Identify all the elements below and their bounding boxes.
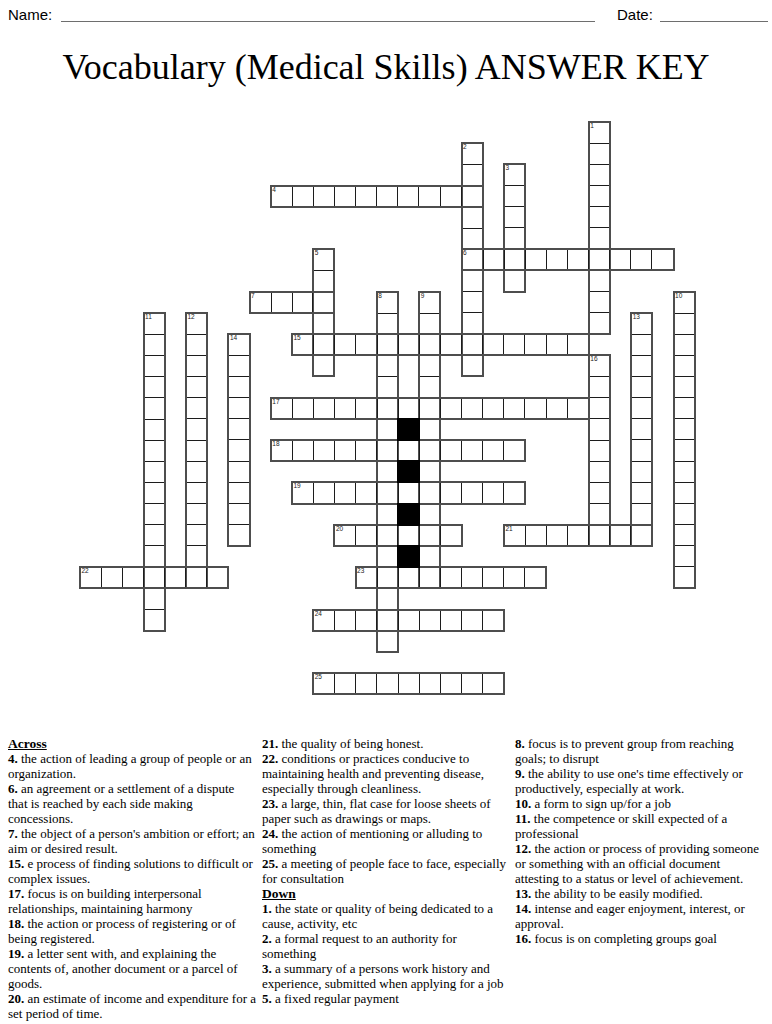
grid-cell[interactable] bbox=[145, 589, 164, 610]
grid-cell[interactable] bbox=[675, 567, 694, 587]
down-header: Down bbox=[262, 886, 509, 901]
word-21-across bbox=[503, 524, 653, 547]
grid-cell[interactable] bbox=[186, 568, 207, 587]
grid-cell[interactable] bbox=[187, 356, 206, 377]
grid-cell[interactable] bbox=[547, 399, 568, 418]
clue-item-6: 6. an agreement or a settlement of a dis… bbox=[8, 781, 256, 826]
grid-cell[interactable] bbox=[145, 546, 164, 567]
clue-number-label: 15 bbox=[294, 335, 301, 342]
grid-cell[interactable] bbox=[420, 377, 439, 398]
grid-cell[interactable] bbox=[419, 187, 440, 206]
grid-cell[interactable] bbox=[590, 462, 609, 483]
grid-cell[interactable] bbox=[145, 504, 164, 525]
grid-cell[interactable] bbox=[272, 293, 293, 312]
clue-item-25: 25. a meeting of people face to face, es… bbox=[262, 856, 509, 886]
grid-cell[interactable] bbox=[632, 419, 651, 440]
grid-cell[interactable] bbox=[675, 440, 694, 461]
grid-cell[interactable] bbox=[441, 611, 462, 630]
grid-cell[interactable] bbox=[399, 611, 420, 630]
grid-cell[interactable] bbox=[632, 504, 651, 525]
grid-cell[interactable] bbox=[229, 504, 248, 525]
grid-cell[interactable] bbox=[484, 250, 505, 269]
grid-cell[interactable] bbox=[378, 314, 397, 335]
grid-cell[interactable] bbox=[378, 504, 397, 525]
grid-cell[interactable] bbox=[441, 674, 462, 693]
clue-item-18: 18. the action or process of registering… bbox=[8, 916, 256, 946]
grid-cell[interactable] bbox=[675, 377, 694, 398]
grid-cell[interactable] bbox=[505, 250, 526, 269]
grid-cell[interactable] bbox=[463, 208, 482, 229]
grid-cell[interactable] bbox=[483, 568, 504, 587]
grid-cell[interactable] bbox=[441, 441, 462, 460]
grid-cell[interactable] bbox=[187, 335, 206, 356]
grid-cell[interactable] bbox=[675, 525, 694, 546]
black-cell bbox=[397, 418, 420, 441]
grid-cell[interactable] bbox=[632, 356, 651, 377]
grid-cell[interactable] bbox=[398, 441, 419, 460]
word-1-down bbox=[588, 121, 611, 335]
clue-item-12: 12. the action or process of providing s… bbox=[515, 841, 762, 886]
grid-cell[interactable] bbox=[632, 462, 651, 483]
grid-cell[interactable] bbox=[335, 674, 356, 693]
grid-cell[interactable] bbox=[441, 568, 462, 587]
clue-number-label: 22 bbox=[82, 568, 89, 575]
grid-cell[interactable] bbox=[378, 462, 397, 483]
grid-cell[interactable] bbox=[378, 546, 397, 567]
grid-cell[interactable] bbox=[377, 611, 398, 630]
clue-number-label: 4 bbox=[272, 187, 276, 194]
grid-cell[interactable] bbox=[675, 314, 694, 335]
grid-cell[interactable] bbox=[378, 377, 397, 398]
word-25-across bbox=[312, 672, 505, 695]
grid-cell[interactable] bbox=[568, 250, 589, 269]
grid-cell[interactable] bbox=[187, 525, 206, 546]
clue-number-label: 5 bbox=[315, 250, 319, 257]
clue-item-24: 24. the action of mentioning or alluding… bbox=[262, 826, 509, 856]
grid-cell[interactable] bbox=[399, 483, 420, 502]
grid-cell[interactable] bbox=[590, 228, 609, 249]
grid-cell[interactable] bbox=[378, 335, 399, 354]
grid-cell[interactable] bbox=[187, 377, 206, 398]
grid-cell[interactable] bbox=[462, 335, 483, 354]
grid-cell[interactable] bbox=[399, 674, 420, 693]
grid-cell[interactable] bbox=[590, 313, 609, 333]
word-24-across bbox=[312, 609, 505, 632]
grid-cell[interactable] bbox=[399, 568, 420, 587]
grid-cell[interactable] bbox=[165, 568, 186, 587]
grid-cell[interactable] bbox=[377, 483, 398, 502]
clue-number-label: 1 bbox=[590, 123, 594, 130]
grid-cell[interactable] bbox=[399, 335, 420, 354]
grid-cell[interactable] bbox=[483, 335, 504, 354]
clue-item-21: 21. the quality of being honest. bbox=[262, 736, 509, 751]
date-label: Date: bbox=[617, 6, 653, 23]
grid-cell[interactable] bbox=[441, 483, 462, 502]
clue-item-8: 8. focus is to prevent group from reachi… bbox=[515, 736, 762, 766]
grid-cell[interactable] bbox=[356, 187, 377, 206]
grid-cell[interactable] bbox=[610, 250, 631, 269]
grid-cell[interactable] bbox=[590, 271, 609, 292]
word-18-across bbox=[270, 439, 526, 462]
grid-cell[interactable] bbox=[335, 187, 356, 206]
grid-cell[interactable] bbox=[123, 568, 144, 587]
grid-cell[interactable] bbox=[483, 483, 504, 502]
grid-cell[interactable] bbox=[229, 525, 248, 545]
grid-cell[interactable] bbox=[675, 335, 694, 356]
clue-item-11: 11. the competence or skill expected of … bbox=[515, 811, 762, 841]
grid-cell[interactable] bbox=[378, 631, 397, 651]
clue-number-label: 19 bbox=[294, 483, 301, 490]
grid-cell[interactable] bbox=[462, 674, 483, 693]
grid-cell[interactable] bbox=[590, 292, 609, 313]
clue-item-15: 15. e process of finding solutions to di… bbox=[8, 856, 256, 886]
grid-cell[interactable] bbox=[525, 399, 546, 418]
grid-cell[interactable] bbox=[145, 356, 164, 377]
grid-cell[interactable] bbox=[145, 462, 164, 483]
grid-cell[interactable] bbox=[356, 399, 377, 418]
clue-number-label: 23 bbox=[357, 568, 364, 575]
grid-cell[interactable] bbox=[229, 356, 248, 377]
grid-cell[interactable] bbox=[420, 314, 439, 335]
clue-item-17: 17. focus is on building interpersonal r… bbox=[8, 886, 256, 916]
clue-number-label: 20 bbox=[336, 526, 343, 533]
clue-column-1: Across4. the action of leading a group o… bbox=[8, 736, 256, 1021]
grid-cell[interactable] bbox=[675, 398, 694, 419]
word-22-across bbox=[79, 566, 229, 589]
grid-cell[interactable] bbox=[229, 377, 248, 398]
grid-cell[interactable] bbox=[378, 356, 397, 377]
page-title: Vocabulary (Medical Skills) ANSWER KEY bbox=[0, 46, 772, 88]
grid-cell[interactable] bbox=[505, 186, 524, 207]
grid-cell[interactable] bbox=[377, 674, 398, 693]
grid-cell[interactable] bbox=[590, 377, 609, 398]
across-header: Across bbox=[8, 736, 256, 751]
grid-cell[interactable] bbox=[462, 187, 482, 206]
clue-item-23: 23. a large, thin, flat case for loose s… bbox=[262, 796, 509, 826]
name-label: Name: bbox=[8, 6, 52, 23]
grid-cell[interactable] bbox=[145, 441, 164, 462]
grid-cell[interactable] bbox=[377, 187, 398, 206]
grid-cell[interactable] bbox=[187, 546, 206, 567]
grid-cell[interactable] bbox=[441, 335, 462, 354]
grid-cell[interactable] bbox=[378, 568, 399, 587]
grid-cell[interactable] bbox=[590, 398, 609, 419]
word-12-down bbox=[185, 312, 208, 590]
word-6-across bbox=[461, 248, 675, 271]
grid-cell[interactable] bbox=[547, 526, 568, 545]
grid-cell[interactable] bbox=[420, 419, 439, 440]
clue-item-16: 16. focus is on completing groups goal bbox=[515, 931, 762, 946]
grid-cell[interactable] bbox=[652, 250, 672, 269]
word-16-down bbox=[588, 354, 611, 547]
grid-cell[interactable] bbox=[505, 228, 524, 249]
grid-cell[interactable] bbox=[314, 335, 335, 354]
grid-cell[interactable] bbox=[207, 568, 227, 587]
grid-cell[interactable] bbox=[335, 399, 356, 418]
grid-cell[interactable] bbox=[144, 568, 165, 587]
grid-cell[interactable] bbox=[378, 419, 397, 440]
clue-number-label: 17 bbox=[272, 399, 279, 406]
clue-column-2: 21. the quality of being honest.22. cond… bbox=[262, 736, 509, 1021]
grid-cell[interactable] bbox=[378, 399, 399, 418]
grid-cell[interactable] bbox=[293, 187, 314, 206]
grid-cell[interactable] bbox=[504, 483, 524, 502]
clue-number-label: 12 bbox=[188, 314, 195, 321]
grid-cell[interactable] bbox=[525, 335, 546, 354]
grid-cell[interactable] bbox=[504, 399, 525, 418]
grid-cell[interactable] bbox=[187, 441, 206, 462]
clue-list: Across4. the action of leading a group o… bbox=[8, 736, 766, 1021]
grid-cell[interactable] bbox=[293, 441, 314, 460]
grid-cell[interactable] bbox=[145, 335, 164, 356]
grid-cell[interactable] bbox=[398, 526, 419, 545]
grid-cell[interactable] bbox=[589, 250, 610, 269]
clue-item-13: 13. the ability to be easily modified. bbox=[515, 886, 762, 901]
clue-number-label: 10 bbox=[675, 293, 682, 300]
grid-cell[interactable] bbox=[145, 483, 164, 504]
grid-cell[interactable] bbox=[462, 483, 483, 502]
word-23-across bbox=[355, 566, 548, 589]
grid-cell[interactable] bbox=[505, 207, 524, 228]
word-14-down bbox=[227, 333, 250, 547]
date-blank-line bbox=[660, 6, 768, 22]
clue-item-20: 20. an estimate of income and expenditur… bbox=[8, 991, 256, 1021]
clue-item-2: 2. a formal request to an authority for … bbox=[262, 931, 509, 961]
worksheet-page: Name: Date: Vocabulary (Medical Skills) … bbox=[0, 0, 772, 1024]
grid-cell[interactable] bbox=[590, 504, 609, 525]
grid-cell[interactable] bbox=[420, 674, 441, 693]
grid-cell[interactable] bbox=[675, 546, 694, 567]
grid-cell[interactable] bbox=[590, 441, 609, 462]
grid-cell[interactable] bbox=[420, 441, 441, 460]
clue-number-label: 16 bbox=[590, 356, 597, 363]
word-4-across bbox=[270, 185, 484, 208]
grid-cell[interactable] bbox=[590, 483, 609, 504]
clue-item-1: 1. the state or quality of being dedicat… bbox=[262, 901, 509, 931]
grid-cell[interactable] bbox=[335, 611, 356, 630]
grid-cell[interactable] bbox=[187, 483, 206, 504]
grid-cell[interactable] bbox=[675, 356, 694, 377]
clue-number-label: 6 bbox=[463, 250, 467, 257]
clue-number-label: 3 bbox=[506, 165, 510, 172]
grid-cell[interactable] bbox=[675, 462, 694, 483]
grid-cell[interactable] bbox=[356, 441, 377, 460]
grid-cell[interactable] bbox=[313, 293, 333, 312]
grid-cell[interactable] bbox=[229, 419, 248, 440]
grid-cell[interactable] bbox=[462, 399, 483, 418]
grid-cell[interactable] bbox=[377, 526, 398, 545]
clue-number-label: 13 bbox=[633, 314, 640, 321]
grid-cell[interactable] bbox=[547, 335, 568, 354]
grid-cell[interactable] bbox=[187, 398, 206, 419]
word-13-down bbox=[630, 312, 653, 547]
grid-cell[interactable] bbox=[547, 250, 568, 269]
grid-cell[interactable] bbox=[420, 526, 441, 545]
grid-cell[interactable] bbox=[229, 483, 248, 504]
grid-cell[interactable] bbox=[420, 611, 441, 630]
grid-cell[interactable] bbox=[356, 483, 377, 502]
grid-cell[interactable] bbox=[314, 399, 335, 418]
black-cell bbox=[397, 545, 420, 568]
clue-column-3: 8. focus is to prevent group from reachi… bbox=[515, 736, 762, 1021]
grid-cell[interactable] bbox=[632, 483, 651, 504]
grid-cell[interactable] bbox=[504, 335, 525, 354]
grid-cell[interactable] bbox=[610, 526, 631, 545]
clue-number-label: 11 bbox=[145, 314, 152, 321]
clue-number-label: 18 bbox=[272, 441, 279, 448]
grid-cell[interactable] bbox=[568, 335, 588, 354]
grid-cell[interactable] bbox=[420, 546, 439, 567]
grid-cell[interactable] bbox=[441, 187, 462, 206]
grid-cell[interactable] bbox=[420, 399, 441, 418]
clue-item-4: 4. the action of leading a group of peop… bbox=[8, 751, 256, 781]
grid-cell[interactable] bbox=[314, 271, 333, 292]
grid-cell[interactable] bbox=[145, 398, 164, 419]
grid-cell[interactable] bbox=[631, 250, 652, 269]
grid-cell[interactable] bbox=[145, 525, 164, 546]
grid-cell[interactable] bbox=[187, 504, 206, 525]
clue-number-label: 14 bbox=[230, 335, 237, 342]
grid-cell[interactable] bbox=[420, 483, 441, 502]
grid-cell[interactable] bbox=[335, 441, 356, 460]
grid-cell[interactable] bbox=[568, 526, 589, 545]
clue-number-label: 8 bbox=[378, 293, 382, 300]
grid-cell[interactable] bbox=[356, 335, 377, 354]
grid-cell[interactable] bbox=[483, 674, 503, 693]
grid-cell[interactable] bbox=[483, 441, 504, 460]
grid-cell[interactable] bbox=[463, 313, 482, 334]
grid-cell[interactable] bbox=[145, 420, 164, 441]
grid-cell[interactable] bbox=[590, 419, 609, 440]
word-7-across bbox=[249, 291, 336, 314]
grid-cell[interactable] bbox=[463, 165, 482, 186]
grid-cell[interactable] bbox=[632, 377, 651, 398]
clue-item-3: 3. a summary of a persons work history a… bbox=[262, 961, 509, 991]
grid-cell[interactable] bbox=[398, 187, 419, 206]
grid-cell[interactable] bbox=[229, 440, 248, 461]
word-19-across bbox=[291, 481, 526, 504]
grid-cell[interactable] bbox=[589, 526, 610, 545]
grid-cell[interactable] bbox=[590, 207, 609, 228]
grid-cell[interactable] bbox=[441, 399, 462, 418]
clue-number-label: 25 bbox=[315, 674, 322, 681]
word-15-across bbox=[291, 333, 590, 356]
clue-number-label: 7 bbox=[251, 293, 255, 300]
grid-cell[interactable] bbox=[483, 611, 503, 630]
grid-cell[interactable] bbox=[463, 271, 482, 292]
grid-cell[interactable] bbox=[314, 355, 333, 375]
clue-number-label: 21 bbox=[506, 526, 513, 533]
grid-cell[interactable] bbox=[631, 526, 651, 545]
grid-cell[interactable] bbox=[335, 335, 356, 354]
grid-cell[interactable] bbox=[314, 483, 335, 502]
grid-cell[interactable] bbox=[441, 526, 461, 545]
grid-cell[interactable] bbox=[483, 399, 504, 418]
grid-cell[interactable] bbox=[145, 610, 164, 630]
grid-cell[interactable] bbox=[102, 568, 123, 587]
grid-cell[interactable] bbox=[504, 441, 524, 460]
grid-cell[interactable] bbox=[314, 441, 335, 460]
grid-cell[interactable] bbox=[377, 441, 398, 460]
grid-cell[interactable] bbox=[632, 440, 651, 461]
grid-cell[interactable] bbox=[675, 483, 694, 504]
word-3-down bbox=[503, 163, 526, 292]
grid-cell[interactable] bbox=[590, 165, 609, 186]
clue-item-10: 10. a form to sign up/for a job bbox=[515, 796, 762, 811]
grid-cell[interactable] bbox=[420, 568, 441, 587]
grid-cell[interactable] bbox=[356, 611, 377, 630]
clue-number-label: 2 bbox=[463, 144, 467, 151]
grid-cell[interactable] bbox=[420, 335, 441, 354]
clue-item-5: 5. a fixed regular payment bbox=[262, 991, 509, 1006]
clue-item-9: 9. the ability to use one's time effecti… bbox=[515, 766, 762, 796]
word-17-across bbox=[270, 397, 590, 420]
clue-item-7: 7. the object of a person's ambition or … bbox=[8, 826, 256, 856]
grid-cell[interactable] bbox=[399, 399, 420, 418]
grid-cell[interactable] bbox=[526, 526, 547, 545]
grid-cell[interactable] bbox=[314, 187, 335, 206]
grid-cell[interactable] bbox=[145, 377, 164, 398]
grid-cell[interactable] bbox=[187, 462, 206, 483]
grid-cell[interactable] bbox=[293, 293, 314, 312]
clue-item-22: 22. conditions or practices conducive to… bbox=[262, 751, 509, 796]
word-10-down bbox=[673, 291, 696, 590]
grid-cell[interactable] bbox=[568, 399, 588, 418]
grid-cell[interactable] bbox=[526, 250, 547, 269]
clue-number-label: 9 bbox=[421, 293, 425, 300]
grid-cell[interactable] bbox=[505, 271, 524, 291]
clue-item-14: 14. intense and eager enjoyment, interes… bbox=[515, 901, 762, 931]
grid-cell[interactable] bbox=[463, 229, 482, 250]
grid-cell[interactable] bbox=[675, 504, 694, 525]
grid-cell[interactable] bbox=[420, 356, 439, 377]
grid-cell[interactable] bbox=[462, 611, 483, 630]
word-20-across bbox=[333, 524, 462, 547]
grid-cell[interactable] bbox=[462, 441, 483, 460]
grid-cell[interactable] bbox=[293, 399, 314, 418]
clue-item-19: 19. a letter sent with, and explaining t… bbox=[8, 946, 256, 991]
grid-cell[interactable] bbox=[356, 526, 377, 545]
grid-cell[interactable] bbox=[590, 144, 609, 165]
grid-cell[interactable] bbox=[462, 568, 483, 587]
grid-cell[interactable] bbox=[420, 462, 439, 483]
grid-cell[interactable] bbox=[335, 483, 356, 502]
clue-number-label: 24 bbox=[315, 611, 322, 618]
grid-cell[interactable] bbox=[590, 186, 609, 207]
grid-cell[interactable] bbox=[356, 674, 377, 693]
grid-cell[interactable] bbox=[525, 568, 545, 587]
grid-cell[interactable] bbox=[378, 589, 397, 610]
grid-cell[interactable] bbox=[229, 398, 248, 419]
grid-cell[interactable] bbox=[463, 292, 482, 313]
grid-cell[interactable] bbox=[632, 398, 651, 419]
grid-cell[interactable] bbox=[632, 335, 651, 356]
black-cell bbox=[397, 503, 420, 526]
grid-cell[interactable] bbox=[314, 313, 333, 334]
crossword-grid: 1234567891011121314151617181920212223242… bbox=[80, 122, 696, 696]
grid-cell[interactable] bbox=[675, 419, 694, 440]
grid-cell[interactable] bbox=[463, 355, 482, 375]
grid-cell[interactable] bbox=[229, 462, 248, 483]
name-blank-line bbox=[61, 6, 595, 22]
grid-cell[interactable] bbox=[504, 568, 525, 587]
black-cell bbox=[397, 460, 420, 483]
grid-cell[interactable] bbox=[420, 504, 439, 525]
grid-cell[interactable] bbox=[187, 419, 206, 440]
